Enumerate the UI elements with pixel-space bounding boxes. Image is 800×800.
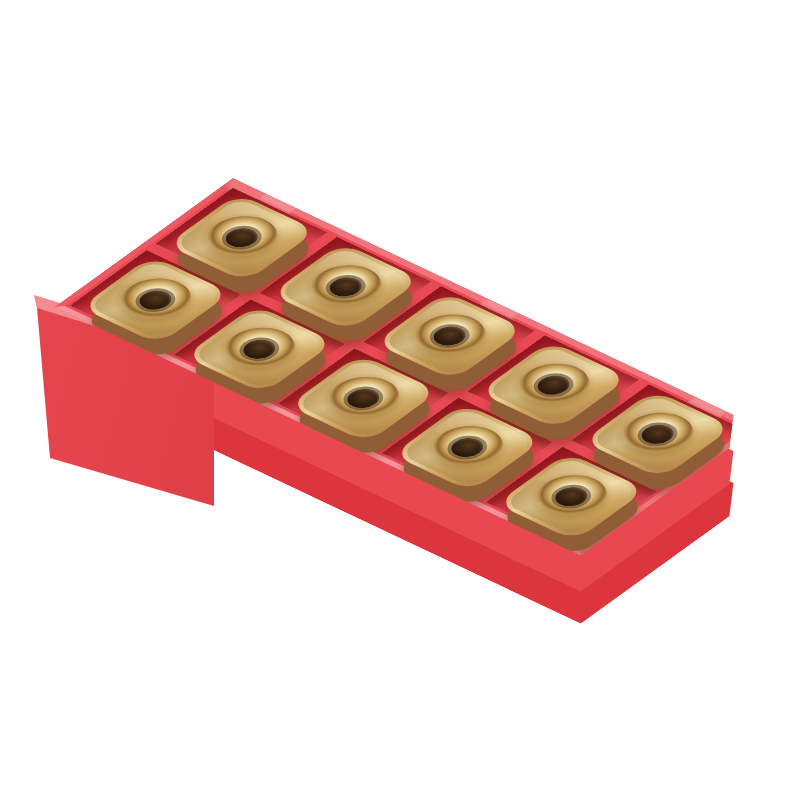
product-photo	[0, 0, 800, 800]
